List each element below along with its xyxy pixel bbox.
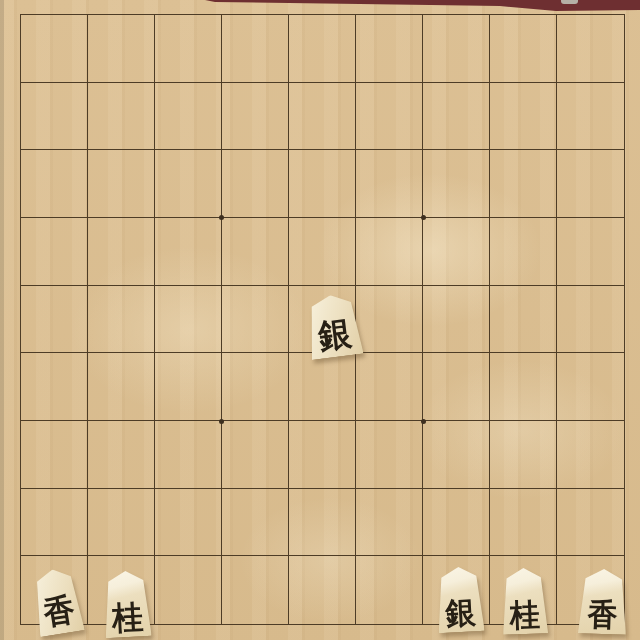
background-object xyxy=(561,0,578,4)
board-square[interactable] xyxy=(155,353,222,421)
board-square[interactable] xyxy=(356,421,423,489)
board-square[interactable] xyxy=(356,15,423,83)
board-square[interactable] xyxy=(423,150,490,218)
board-square[interactable] xyxy=(490,286,557,354)
shogi-board-photo: 銀香桂銀桂香 xyxy=(0,0,640,640)
board-square[interactable] xyxy=(289,489,356,557)
board-square[interactable] xyxy=(490,218,557,286)
board-square[interactable] xyxy=(155,218,222,286)
board-square[interactable] xyxy=(490,489,557,557)
board-square[interactable] xyxy=(21,489,88,557)
board-square[interactable] xyxy=(490,150,557,218)
board-square[interactable] xyxy=(155,150,222,218)
board-square[interactable] xyxy=(356,150,423,218)
star-point xyxy=(421,215,426,220)
board-square[interactable] xyxy=(155,421,222,489)
board-square[interactable] xyxy=(88,489,155,557)
board-square[interactable] xyxy=(222,15,289,83)
board-square[interactable] xyxy=(356,489,423,557)
piece-kanji: 香 xyxy=(587,598,618,630)
board-square[interactable] xyxy=(557,218,624,286)
board-square[interactable] xyxy=(490,15,557,83)
board-square[interactable] xyxy=(222,353,289,421)
piece-kanji: 香 xyxy=(41,593,77,630)
board-square[interactable] xyxy=(21,150,88,218)
board-square[interactable] xyxy=(557,286,624,354)
board-square[interactable] xyxy=(155,83,222,151)
board-square[interactable] xyxy=(557,150,624,218)
board-square[interactable] xyxy=(155,489,222,557)
board-square[interactable] xyxy=(289,218,356,286)
board-square[interactable] xyxy=(356,286,423,354)
board-square[interactable] xyxy=(423,83,490,151)
board-square[interactable] xyxy=(88,15,155,83)
board-square[interactable] xyxy=(222,489,289,557)
board-square[interactable] xyxy=(21,218,88,286)
board-square[interactable] xyxy=(557,353,624,421)
board-square[interactable] xyxy=(423,353,490,421)
board-square[interactable] xyxy=(88,83,155,151)
board-square[interactable] xyxy=(490,353,557,421)
board-square[interactable] xyxy=(88,286,155,354)
piece-kanji: 桂 xyxy=(509,599,540,631)
board-square[interactable] xyxy=(289,421,356,489)
board-square[interactable] xyxy=(21,286,88,354)
board-square[interactable] xyxy=(222,286,289,354)
board-square[interactable] xyxy=(356,556,423,624)
board-square[interactable] xyxy=(423,489,490,557)
board-square[interactable] xyxy=(21,421,88,489)
board-square[interactable] xyxy=(222,83,289,151)
board-square[interactable] xyxy=(423,421,490,489)
star-point xyxy=(421,419,426,424)
board-square[interactable] xyxy=(155,556,222,624)
board-square[interactable] xyxy=(21,15,88,83)
board-square[interactable] xyxy=(557,83,624,151)
board-square[interactable] xyxy=(356,353,423,421)
piece-kanji: 桂 xyxy=(111,601,144,635)
board-square[interactable] xyxy=(88,353,155,421)
board-square[interactable] xyxy=(289,353,356,421)
board-square[interactable] xyxy=(356,218,423,286)
board-square[interactable] xyxy=(222,556,289,624)
board-square[interactable] xyxy=(88,218,155,286)
table-edge-background xyxy=(0,0,640,14)
board-square[interactable] xyxy=(289,83,356,151)
board-square[interactable] xyxy=(289,150,356,218)
board-square[interactable] xyxy=(557,489,624,557)
star-point xyxy=(219,419,224,424)
board-square[interactable] xyxy=(490,421,557,489)
board-square[interactable] xyxy=(289,556,356,624)
board-square[interactable] xyxy=(155,15,222,83)
board-square[interactable] xyxy=(490,83,557,151)
board-square[interactable] xyxy=(222,150,289,218)
board-square[interactable] xyxy=(88,421,155,489)
board-square[interactable] xyxy=(557,421,624,489)
board-square[interactable] xyxy=(21,83,88,151)
board-square[interactable] xyxy=(557,15,624,83)
board-square[interactable] xyxy=(356,83,423,151)
board-square[interactable] xyxy=(222,421,289,489)
board-square[interactable] xyxy=(21,353,88,421)
board-square[interactable] xyxy=(423,286,490,354)
board-square[interactable] xyxy=(155,286,222,354)
board-square[interactable] xyxy=(222,218,289,286)
piece-kanji: 銀 xyxy=(445,596,477,629)
board-square[interactable] xyxy=(88,150,155,218)
board-square[interactable] xyxy=(289,15,356,83)
piece-kanji: 銀 xyxy=(316,315,353,353)
board-square[interactable] xyxy=(423,15,490,83)
board-square[interactable] xyxy=(423,218,490,286)
